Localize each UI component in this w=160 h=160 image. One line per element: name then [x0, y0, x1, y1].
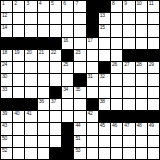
- crossword-cell[interactable]: [50, 62, 61, 73]
- crossword-cell[interactable]: [87, 136, 98, 147]
- clue-number: 8: [112, 1, 114, 6]
- crossword-cell[interactable]: 51: [74, 136, 85, 147]
- black-cell: [25, 38, 36, 49]
- crossword-cell[interactable]: [123, 38, 134, 49]
- crossword-cell[interactable]: 22: [50, 50, 61, 61]
- clue-number: 5: [51, 1, 53, 6]
- crossword-cell[interactable]: 24: [1, 62, 12, 73]
- clue-number: 38: [100, 99, 105, 104]
- crossword-cell[interactable]: [13, 123, 24, 134]
- crossword-cell[interactable]: [87, 148, 98, 159]
- crossword-cell[interactable]: [62, 25, 73, 36]
- crossword-cell[interactable]: [25, 148, 36, 159]
- black-cell: [99, 62, 110, 73]
- black-cell: [123, 50, 134, 61]
- crossword-cell[interactable]: [13, 13, 24, 24]
- black-cell: [62, 123, 73, 134]
- crossword-cell[interactable]: [148, 74, 159, 85]
- crossword-cell[interactable]: 1: [1, 1, 12, 12]
- crossword-cell[interactable]: [111, 13, 122, 24]
- black-cell: [111, 111, 122, 122]
- crossword-cell[interactable]: 2: [13, 1, 24, 12]
- clue-number: 13: [100, 13, 105, 18]
- clue-number: 34: [63, 87, 68, 92]
- black-cell: [50, 87, 61, 98]
- crossword-cell[interactable]: [111, 25, 122, 36]
- black-cell: [50, 38, 61, 49]
- crossword-cell[interactable]: [99, 148, 110, 159]
- crossword-cell[interactable]: [123, 148, 134, 159]
- crossword-cell[interactable]: [99, 136, 110, 147]
- crossword-cell[interactable]: [38, 25, 49, 36]
- clue-number: 44: [75, 123, 80, 128]
- clue-number: 52: [2, 148, 7, 153]
- black-cell: [87, 25, 98, 36]
- crossword-cell[interactable]: [123, 87, 134, 98]
- crossword-cell[interactable]: 14: [1, 25, 12, 36]
- clue-number: 36: [39, 99, 44, 104]
- crossword-cell[interactable]: 13: [99, 13, 110, 24]
- black-cell: [38, 38, 49, 49]
- crossword-cell[interactable]: [25, 136, 36, 147]
- crossword-cell[interactable]: 28: [136, 62, 147, 73]
- crossword-cell[interactable]: [50, 25, 61, 36]
- clue-number: 50: [2, 136, 7, 141]
- black-cell: [148, 111, 159, 122]
- crossword-cell[interactable]: [148, 99, 159, 110]
- crossword-cell[interactable]: [123, 74, 134, 85]
- crossword-cell[interactable]: [148, 25, 159, 36]
- crossword-cell[interactable]: 35: [74, 87, 85, 98]
- clue-number: 2: [14, 1, 16, 6]
- crossword-cell[interactable]: 11: [148, 1, 159, 12]
- crossword-cell[interactable]: [25, 62, 36, 73]
- crossword-cell[interactable]: [99, 38, 110, 49]
- crossword-cell[interactable]: 46: [111, 123, 122, 134]
- crossword-grid: 1234567891011121314151617181920212223242…: [0, 0, 160, 160]
- clue-number: 43: [2, 123, 7, 128]
- clue-number: 6: [63, 1, 65, 6]
- clue-number: 45: [100, 123, 105, 128]
- crossword-cell[interactable]: [148, 136, 159, 147]
- crossword-cell[interactable]: [13, 62, 24, 73]
- crossword-cell[interactable]: 26: [111, 62, 122, 73]
- black-cell: [1, 38, 12, 49]
- crossword-cell[interactable]: 5: [50, 1, 61, 12]
- crossword-cell[interactable]: [148, 38, 159, 49]
- black-cell: [62, 148, 73, 159]
- black-cell: [13, 99, 24, 110]
- crossword-cell[interactable]: [13, 25, 24, 36]
- crossword-cell[interactable]: 6: [62, 1, 73, 12]
- crossword-cell[interactable]: 38: [99, 99, 110, 110]
- crossword-cell[interactable]: 43: [1, 123, 12, 134]
- crossword-cell[interactable]: 44: [74, 123, 85, 134]
- clue-number: 21: [39, 50, 44, 55]
- clue-number: 39: [2, 111, 7, 116]
- clue-number: 41: [26, 111, 31, 116]
- crossword-cell[interactable]: [111, 99, 122, 110]
- crossword-cell[interactable]: [123, 25, 134, 36]
- clue-number: 49: [149, 123, 154, 128]
- clue-number: 29: [149, 62, 154, 67]
- black-cell: [13, 38, 24, 49]
- crossword-cell[interactable]: 21: [38, 50, 49, 61]
- crossword-cell[interactable]: [74, 25, 85, 36]
- crossword-cell[interactable]: [74, 111, 85, 122]
- crossword-cell[interactable]: [74, 13, 85, 24]
- crossword-cell[interactable]: [148, 148, 159, 159]
- crossword-cell[interactable]: 40: [13, 111, 24, 122]
- crossword-cell[interactable]: 52: [1, 148, 12, 159]
- crossword-cell[interactable]: [123, 13, 134, 24]
- clue-number: 32: [100, 74, 105, 79]
- crossword-cell[interactable]: [13, 74, 24, 85]
- clue-number: 15: [100, 25, 105, 30]
- crossword-cell[interactable]: [62, 111, 73, 122]
- crossword-cell[interactable]: 41: [25, 111, 36, 122]
- clue-number: 51: [75, 136, 80, 141]
- crossword-cell[interactable]: 10: [136, 1, 147, 12]
- crossword-cell[interactable]: 37: [50, 99, 61, 110]
- crossword-cell[interactable]: [136, 99, 147, 110]
- crossword-cell[interactable]: 34: [62, 87, 73, 98]
- crossword-cell[interactable]: [123, 99, 134, 110]
- black-cell: [62, 136, 73, 147]
- crossword-cell[interactable]: [111, 74, 122, 85]
- crossword-cell[interactable]: [62, 13, 73, 24]
- crossword-cell[interactable]: [87, 123, 98, 134]
- crossword-cell[interactable]: [62, 74, 73, 85]
- black-cell: [99, 1, 110, 12]
- clue-number: 14: [2, 25, 7, 30]
- crossword-cell[interactable]: [50, 136, 61, 147]
- crossword-cell[interactable]: 15: [99, 25, 110, 36]
- crossword-cell[interactable]: [74, 99, 85, 110]
- crossword-cell[interactable]: 42: [87, 111, 98, 122]
- crossword-cell[interactable]: 33: [1, 87, 12, 98]
- crossword-cell[interactable]: 19: [13, 50, 24, 61]
- black-cell: [123, 111, 134, 122]
- crossword-cell[interactable]: [111, 50, 122, 61]
- crossword-cell[interactable]: [50, 111, 61, 122]
- crossword-cell[interactable]: 3: [25, 1, 36, 12]
- black-cell: [87, 1, 98, 12]
- crossword-cell[interactable]: [148, 87, 159, 98]
- crossword-cell[interactable]: [87, 50, 98, 61]
- crossword-cell[interactable]: [99, 50, 110, 61]
- crossword-cell[interactable]: [136, 74, 147, 85]
- crossword-cell[interactable]: 17: [87, 38, 98, 49]
- crossword-cell[interactable]: 53: [74, 148, 85, 159]
- clue-number: 26: [112, 62, 117, 67]
- crossword-cell[interactable]: 47: [123, 123, 134, 134]
- crossword-cell[interactable]: [111, 136, 122, 147]
- crossword-cell[interactable]: [74, 62, 85, 73]
- clue-number: 46: [112, 123, 117, 128]
- clue-number: 16: [63, 38, 68, 43]
- clue-number: 12: [2, 13, 7, 18]
- black-cell: [74, 74, 85, 85]
- crossword-cell[interactable]: 45: [99, 123, 110, 134]
- crossword-cell[interactable]: [38, 123, 49, 134]
- crossword-cell[interactable]: [136, 38, 147, 49]
- clue-number: 28: [137, 62, 142, 67]
- crossword-cell[interactable]: [38, 148, 49, 159]
- crossword-cell[interactable]: [38, 87, 49, 98]
- crossword-cell[interactable]: 48: [136, 123, 147, 134]
- crossword-cell[interactable]: [99, 87, 110, 98]
- black-cell: [50, 148, 61, 159]
- crossword-cell[interactable]: [50, 74, 61, 85]
- crossword-cell[interactable]: [62, 99, 73, 110]
- clue-number: 3: [26, 1, 28, 6]
- crossword-cell[interactable]: [25, 25, 36, 36]
- clue-number: 4: [39, 1, 41, 6]
- crossword-cell[interactable]: 27: [123, 62, 134, 73]
- clue-number: 53: [75, 148, 80, 153]
- crossword-cell[interactable]: [25, 123, 36, 134]
- crossword-cell[interactable]: 23: [74, 50, 85, 61]
- crossword-cell[interactable]: 29: [148, 62, 159, 73]
- crossword-cell[interactable]: [25, 13, 36, 24]
- clue-number: 27: [124, 62, 129, 67]
- black-cell: [99, 111, 110, 122]
- crossword-cell[interactable]: [111, 87, 122, 98]
- crossword-cell[interactable]: 20: [25, 50, 36, 61]
- crossword-cell[interactable]: 36: [38, 99, 49, 110]
- crossword-cell[interactable]: 30: [1, 74, 12, 85]
- black-cell: [148, 50, 159, 61]
- black-cell: [136, 111, 147, 122]
- crossword-cell[interactable]: [13, 136, 24, 147]
- crossword-cell[interactable]: [38, 136, 49, 147]
- crossword-cell[interactable]: [38, 13, 49, 24]
- crossword-cell[interactable]: [148, 13, 159, 24]
- crossword-cell[interactable]: [38, 111, 49, 122]
- crossword-cell[interactable]: 4: [38, 1, 49, 12]
- clue-number: 42: [88, 111, 93, 116]
- crossword-cell[interactable]: [87, 62, 98, 73]
- clue-number: 18: [2, 50, 7, 55]
- crossword-cell[interactable]: [111, 38, 122, 49]
- crossword-cell[interactable]: [13, 148, 24, 159]
- crossword-cell[interactable]: 7: [74, 1, 85, 12]
- clue-number: 30: [2, 74, 7, 79]
- crossword-cell[interactable]: [74, 38, 85, 49]
- clue-number: 9: [124, 1, 126, 6]
- clue-number: 20: [26, 50, 31, 55]
- crossword-cell[interactable]: [38, 62, 49, 73]
- crossword-cell[interactable]: [123, 136, 134, 147]
- clue-number: 40: [14, 111, 19, 116]
- crossword-cell[interactable]: [136, 25, 147, 36]
- clue-number: 25: [63, 62, 68, 67]
- clue-number: 37: [51, 99, 56, 104]
- clue-number: 35: [75, 87, 80, 92]
- crossword-cell[interactable]: 32: [99, 74, 110, 85]
- crossword-cell[interactable]: 18: [1, 50, 12, 61]
- black-cell: [62, 50, 73, 61]
- crossword-cell[interactable]: 16: [62, 38, 73, 49]
- crossword-cell[interactable]: 31: [87, 74, 98, 85]
- clue-number: 33: [2, 87, 7, 92]
- crossword-cell[interactable]: [38, 74, 49, 85]
- clue-number: 47: [124, 123, 129, 128]
- crossword-cell[interactable]: [50, 13, 61, 24]
- clue-number: 17: [88, 38, 93, 43]
- clue-number: 48: [137, 123, 142, 128]
- crossword-cell[interactable]: 9: [123, 1, 134, 12]
- clue-number: 22: [51, 50, 56, 55]
- crossword-cell[interactable]: [136, 148, 147, 159]
- clue-number: 19: [14, 50, 19, 55]
- clue-number: 24: [2, 62, 7, 67]
- black-cell: [25, 99, 36, 110]
- clue-number: 7: [75, 1, 77, 6]
- crossword-cell[interactable]: [111, 148, 122, 159]
- crossword-cell[interactable]: [25, 87, 36, 98]
- black-cell: [87, 13, 98, 24]
- crossword-cell[interactable]: [136, 87, 147, 98]
- clue-number: 1: [2, 1, 4, 6]
- black-cell: [1, 99, 12, 110]
- crossword-cell[interactable]: [25, 74, 36, 85]
- crossword-cell[interactable]: [13, 87, 24, 98]
- crossword-cell[interactable]: [136, 13, 147, 24]
- clue-number: 31: [88, 74, 93, 79]
- crossword-cell[interactable]: [136, 136, 147, 147]
- crossword-cell[interactable]: 39: [1, 111, 12, 122]
- crossword-cell[interactable]: [50, 123, 61, 134]
- black-cell: [87, 99, 98, 110]
- crossword-cell[interactable]: 25: [62, 62, 73, 73]
- clue-number: 10: [137, 1, 142, 6]
- clue-number: 23: [75, 50, 80, 55]
- crossword-cell[interactable]: [87, 87, 98, 98]
- clue-number: 11: [149, 1, 154, 6]
- crossword-cell[interactable]: 49: [148, 123, 159, 134]
- black-cell: [136, 50, 147, 61]
- crossword-cell[interactable]: 50: [1, 136, 12, 147]
- crossword-cell[interactable]: 8: [111, 1, 122, 12]
- crossword-cell[interactable]: 12: [1, 13, 12, 24]
